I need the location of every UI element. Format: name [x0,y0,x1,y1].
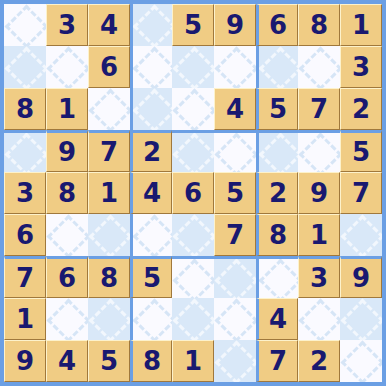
empty-cell-r6c3[interactable] [88,214,130,256]
given-cell-r9c2: 4 [46,340,88,382]
sudoku-board: 3459681638145729725381465297678176853914… [0,0,386,386]
diamond-outline-icon [5,132,46,172]
empty-cell-r2c7[interactable] [256,46,298,88]
given-cell-r6c6: 7 [214,214,256,256]
diamond-outline-icon [215,132,256,172]
diamond-outline-icon [173,299,214,340]
empty-cell-r8c9[interactable] [340,298,382,340]
given-cell-r7c9: 9 [340,256,382,298]
empty-cell-r2c2[interactable] [46,46,88,88]
given-cell-r1c6: 9 [214,4,256,46]
diamond-outline-icon [132,47,172,88]
empty-cell-r4c8[interactable] [298,130,340,172]
given-cell-r1c9: 1 [340,4,382,46]
diamond-outline-icon [299,132,340,172]
diamond-outline-icon [215,258,256,298]
diamond-outline-icon [173,215,214,256]
diamond-outline-icon [132,215,172,256]
diamond-outline-icon [215,341,256,382]
empty-cell-r2c4[interactable] [130,46,172,88]
given-cell-r7c4: 5 [130,256,172,298]
empty-cell-r8c2[interactable] [46,298,88,340]
given-cell-r1c7: 6 [256,4,298,46]
given-cell-r4c2: 9 [46,130,88,172]
given-cell-r9c3: 5 [88,340,130,382]
empty-cell-r7c6[interactable] [214,256,256,298]
diamond-outline-icon [299,47,340,88]
given-cell-r8c7: 4 [256,298,298,340]
diamond-outline-icon [89,215,130,256]
diamond-outline-icon [341,299,382,340]
given-cell-r1c3: 4 [88,4,130,46]
given-cell-r5c7: 2 [256,172,298,214]
diamond-outline-icon [173,89,214,130]
diamond-outline-icon [215,299,256,340]
given-cell-r9c4: 8 [130,340,172,382]
given-cell-r3c2: 1 [46,88,88,130]
empty-cell-r4c7[interactable] [256,130,298,172]
given-cell-r6c7: 8 [256,214,298,256]
given-cell-r9c1: 9 [4,340,46,382]
diamond-outline-icon [47,299,88,340]
empty-cell-r8c6[interactable] [214,298,256,340]
empty-cell-r3c3[interactable] [88,88,130,130]
diamond-outline-icon [5,5,46,46]
given-cell-r4c9: 5 [340,130,382,172]
given-cell-r2c9: 3 [340,46,382,88]
empty-cell-r8c5[interactable] [172,298,214,340]
empty-cell-r1c1[interactable] [4,4,46,46]
given-cell-r6c1: 6 [4,214,46,256]
given-cell-r5c4: 4 [130,172,172,214]
diamond-outline-icon [258,132,298,172]
given-cell-r5c1: 3 [4,172,46,214]
diamond-outline-icon [299,299,340,340]
given-cell-r1c8: 8 [298,4,340,46]
diamond-outline-icon [173,132,214,172]
empty-cell-r4c5[interactable] [172,130,214,172]
given-cell-r9c5: 1 [172,340,214,382]
empty-cell-r9c9[interactable] [340,340,382,382]
empty-cell-r9c6[interactable] [214,340,256,382]
given-cell-r9c8: 2 [298,340,340,382]
empty-cell-r6c9[interactable] [340,214,382,256]
diamond-outline-icon [47,215,88,256]
given-cell-r7c3: 8 [88,256,130,298]
given-cell-r5c3: 1 [88,172,130,214]
diamond-outline-icon [132,89,172,130]
empty-cell-r2c5[interactable] [172,46,214,88]
given-cell-r3c9: 2 [340,88,382,130]
empty-cell-r6c2[interactable] [46,214,88,256]
given-cell-r7c8: 3 [298,256,340,298]
given-cell-r8c1: 1 [4,298,46,340]
given-cell-r7c2: 6 [46,256,88,298]
empty-cell-r7c7[interactable] [256,256,298,298]
empty-cell-r3c5[interactable] [172,88,214,130]
given-cell-r5c9: 7 [340,172,382,214]
empty-cell-r2c6[interactable] [214,46,256,88]
empty-cell-r4c1[interactable] [4,130,46,172]
sudoku-app: 3459681638145729725381465297678176853914… [0,0,386,386]
given-cell-r4c3: 7 [88,130,130,172]
given-cell-r1c2: 3 [46,4,88,46]
diamond-outline-icon [341,215,382,256]
given-cell-r3c8: 7 [298,88,340,130]
empty-cell-r8c3[interactable] [88,298,130,340]
given-cell-r3c7: 5 [256,88,298,130]
given-cell-r1c5: 5 [172,4,214,46]
diamond-outline-icon [132,299,172,340]
given-cell-r4c4: 2 [130,130,172,172]
diamond-outline-icon [173,47,214,88]
given-cell-r2c3: 6 [88,46,130,88]
diamond-outline-icon [173,258,214,298]
empty-cell-r3c4[interactable] [130,88,172,130]
given-cell-r7c1: 7 [4,256,46,298]
empty-cell-r2c8[interactable] [298,46,340,88]
given-cell-r5c2: 8 [46,172,88,214]
empty-cell-r4c6[interactable] [214,130,256,172]
empty-cell-r1c4[interactable] [130,4,172,46]
empty-cell-r7c5[interactable] [172,256,214,298]
empty-cell-r6c4[interactable] [130,214,172,256]
diamond-outline-icon [47,47,88,88]
diamond-outline-icon [258,258,298,298]
empty-cell-r2c1[interactable] [4,46,46,88]
given-cell-r3c6: 4 [214,88,256,130]
given-cell-r5c5: 6 [172,172,214,214]
empty-cell-r8c8[interactable] [298,298,340,340]
empty-cell-r6c5[interactable] [172,214,214,256]
given-cell-r5c6: 5 [214,172,256,214]
given-cell-r6c8: 1 [298,214,340,256]
diamond-outline-icon [215,47,256,88]
given-cell-r3c1: 8 [4,88,46,130]
diamond-outline-icon [132,5,172,46]
diamond-outline-icon [258,47,298,88]
diamond-outline-icon [341,341,382,382]
empty-cell-r8c4[interactable] [130,298,172,340]
given-cell-r5c8: 9 [298,172,340,214]
given-cell-r9c7: 7 [256,340,298,382]
diamond-outline-icon [89,89,130,130]
diamond-outline-icon [5,47,46,88]
diamond-outline-icon [89,299,130,340]
